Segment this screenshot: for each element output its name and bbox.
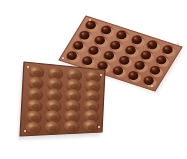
- corner-hole: [177, 43, 179, 45]
- scene-svg: [0, 0, 187, 159]
- empty-chocolate-mold: [18, 62, 105, 140]
- corner-hole: [100, 74, 102, 76]
- product-photo: [0, 0, 187, 159]
- corner-hole: [89, 19, 91, 21]
- corner-hole: [62, 57, 64, 59]
- corner-hole: [24, 130, 26, 132]
- corner-hole: [27, 66, 29, 68]
- corner-hole: [98, 126, 100, 128]
- corner-hole: [151, 85, 153, 87]
